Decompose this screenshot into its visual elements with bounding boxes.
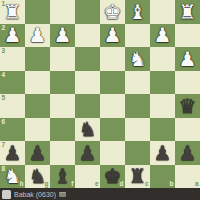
square-b2[interactable]: ♟ bbox=[150, 24, 175, 48]
black-king-d8[interactable]: ♚ bbox=[100, 165, 125, 189]
square-h1[interactable]: 1♜ bbox=[0, 0, 25, 24]
square-c2[interactable] bbox=[125, 24, 150, 48]
square-g6[interactable] bbox=[25, 118, 50, 142]
country-flag-icon bbox=[59, 192, 66, 197]
square-h3[interactable]: 3 bbox=[0, 47, 25, 71]
square-e2[interactable] bbox=[75, 24, 100, 48]
square-a7[interactable]: ♟ bbox=[175, 141, 200, 165]
square-h2[interactable]: 2♟ bbox=[0, 24, 25, 48]
square-d7[interactable] bbox=[100, 141, 125, 165]
square-e3[interactable] bbox=[75, 47, 100, 71]
white-rook-h1[interactable]: ♜ bbox=[0, 0, 25, 24]
square-h5[interactable]: 5 bbox=[0, 94, 25, 118]
square-a5[interactable]: ♛ bbox=[175, 94, 200, 118]
square-c7[interactable] bbox=[125, 141, 150, 165]
square-b5[interactable] bbox=[150, 94, 175, 118]
black-queen-a5[interactable]: ♛ bbox=[175, 94, 200, 118]
square-b6[interactable] bbox=[150, 118, 175, 142]
square-e7[interactable]: ♟ bbox=[75, 141, 100, 165]
white-knight-c3[interactable]: ♞ bbox=[125, 47, 150, 71]
square-g3[interactable] bbox=[25, 47, 50, 71]
square-g4[interactable] bbox=[25, 71, 50, 95]
square-f7[interactable] bbox=[50, 141, 75, 165]
square-g8[interactable]: g♞ bbox=[25, 165, 50, 189]
white-pawn-b2[interactable]: ♟ bbox=[150, 24, 175, 48]
square-f3[interactable] bbox=[50, 47, 75, 71]
square-e5[interactable] bbox=[75, 94, 100, 118]
square-h8[interactable]: 8h♞ bbox=[0, 165, 25, 189]
square-c8[interactable]: c♜ bbox=[125, 165, 150, 189]
square-c4[interactable] bbox=[125, 71, 150, 95]
black-rook-c8[interactable]: ♜ bbox=[125, 165, 150, 189]
square-g5[interactable] bbox=[25, 94, 50, 118]
player-avatar[interactable] bbox=[2, 190, 11, 199]
square-a8[interactable]: a bbox=[175, 165, 200, 189]
black-pawn-g7[interactable]: ♟ bbox=[25, 141, 50, 165]
square-e8[interactable]: e bbox=[75, 165, 100, 189]
rank-label-6: 6 bbox=[2, 119, 6, 126]
square-g2[interactable]: ♟ bbox=[25, 24, 50, 48]
white-bishop-c1[interactable]: ♝ bbox=[125, 0, 150, 24]
square-b1[interactable] bbox=[150, 0, 175, 24]
white-rook-a1[interactable]: ♜ bbox=[175, 0, 200, 24]
file-label-b: b bbox=[170, 181, 174, 188]
rank-label-3: 3 bbox=[2, 48, 6, 55]
white-pawn-d2[interactable]: ♟ bbox=[100, 24, 125, 48]
square-c5[interactable] bbox=[125, 94, 150, 118]
square-b8[interactable]: b bbox=[150, 165, 175, 189]
square-d5[interactable] bbox=[100, 94, 125, 118]
white-pawn-a3[interactable]: ♟ bbox=[175, 47, 200, 71]
square-f5[interactable] bbox=[50, 94, 75, 118]
square-b7[interactable]: ♟ bbox=[150, 141, 175, 165]
square-a6[interactable] bbox=[175, 118, 200, 142]
black-pawn-a7[interactable]: ♟ bbox=[175, 141, 200, 165]
white-pawn-g2[interactable]: ♟ bbox=[25, 24, 50, 48]
square-h6[interactable]: 6 bbox=[0, 118, 25, 142]
square-d8[interactable]: d♚ bbox=[100, 165, 125, 189]
black-bishop-f8[interactable]: ♝ bbox=[50, 165, 75, 189]
white-pawn-f2[interactable]: ♟ bbox=[50, 24, 75, 48]
square-f2[interactable]: ♟ bbox=[50, 24, 75, 48]
black-knight-e6[interactable]: ♞ bbox=[75, 118, 100, 142]
square-a2[interactable] bbox=[175, 24, 200, 48]
square-a4[interactable] bbox=[175, 71, 200, 95]
square-f8[interactable]: f♝ bbox=[50, 165, 75, 189]
square-a3[interactable]: ♟ bbox=[175, 47, 200, 71]
square-c1[interactable]: ♝ bbox=[125, 0, 150, 24]
chess-app-screen: 1♜♚♝♜2♟♟♟♟♟3♞♟45♛6♞7♟♟♟♟♟8h♞g♞f♝ed♚c♜ba … bbox=[0, 0, 200, 200]
square-e4[interactable] bbox=[75, 71, 100, 95]
square-b3[interactable] bbox=[150, 47, 175, 71]
black-pawn-e7[interactable]: ♟ bbox=[75, 141, 100, 165]
square-g1[interactable] bbox=[25, 0, 50, 24]
square-f6[interactable] bbox=[50, 118, 75, 142]
square-e6[interactable]: ♞ bbox=[75, 118, 100, 142]
rank-label-5: 5 bbox=[2, 95, 6, 102]
chess-board: 1♜♚♝♜2♟♟♟♟♟3♞♟45♛6♞7♟♟♟♟♟8h♞g♞f♝ed♚c♜ba bbox=[0, 0, 200, 188]
square-d2[interactable]: ♟ bbox=[100, 24, 125, 48]
square-c6[interactable] bbox=[125, 118, 150, 142]
square-g7[interactable]: ♟ bbox=[25, 141, 50, 165]
white-king-d1[interactable]: ♚ bbox=[100, 0, 125, 24]
player-name-and-rating[interactable]: Babak (0630) bbox=[14, 191, 56, 198]
square-a1[interactable]: ♜ bbox=[175, 0, 200, 24]
square-d4[interactable] bbox=[100, 71, 125, 95]
square-d1[interactable]: ♚ bbox=[100, 0, 125, 24]
square-h7[interactable]: 7♟ bbox=[0, 141, 25, 165]
square-d6[interactable] bbox=[100, 118, 125, 142]
square-d3[interactable] bbox=[100, 47, 125, 71]
square-c3[interactable]: ♞ bbox=[125, 47, 150, 71]
square-e1[interactable] bbox=[75, 0, 100, 24]
black-pawn-h7[interactable]: ♟ bbox=[0, 141, 25, 165]
square-f1[interactable] bbox=[50, 0, 75, 24]
square-b4[interactable] bbox=[150, 71, 175, 95]
black-knight-g8[interactable]: ♞ bbox=[25, 165, 50, 189]
rank-label-4: 4 bbox=[2, 72, 6, 79]
file-label-e: e bbox=[95, 181, 99, 188]
white-knight-h8[interactable]: ♞ bbox=[0, 165, 25, 189]
square-h4[interactable]: 4 bbox=[0, 71, 25, 95]
file-label-a: a bbox=[195, 181, 199, 188]
white-pawn-h2[interactable]: ♟ bbox=[0, 24, 25, 48]
square-f4[interactable] bbox=[50, 71, 75, 95]
black-pawn-b7[interactable]: ♟ bbox=[150, 141, 175, 165]
player-bar: Babak (0630) bbox=[0, 188, 200, 200]
